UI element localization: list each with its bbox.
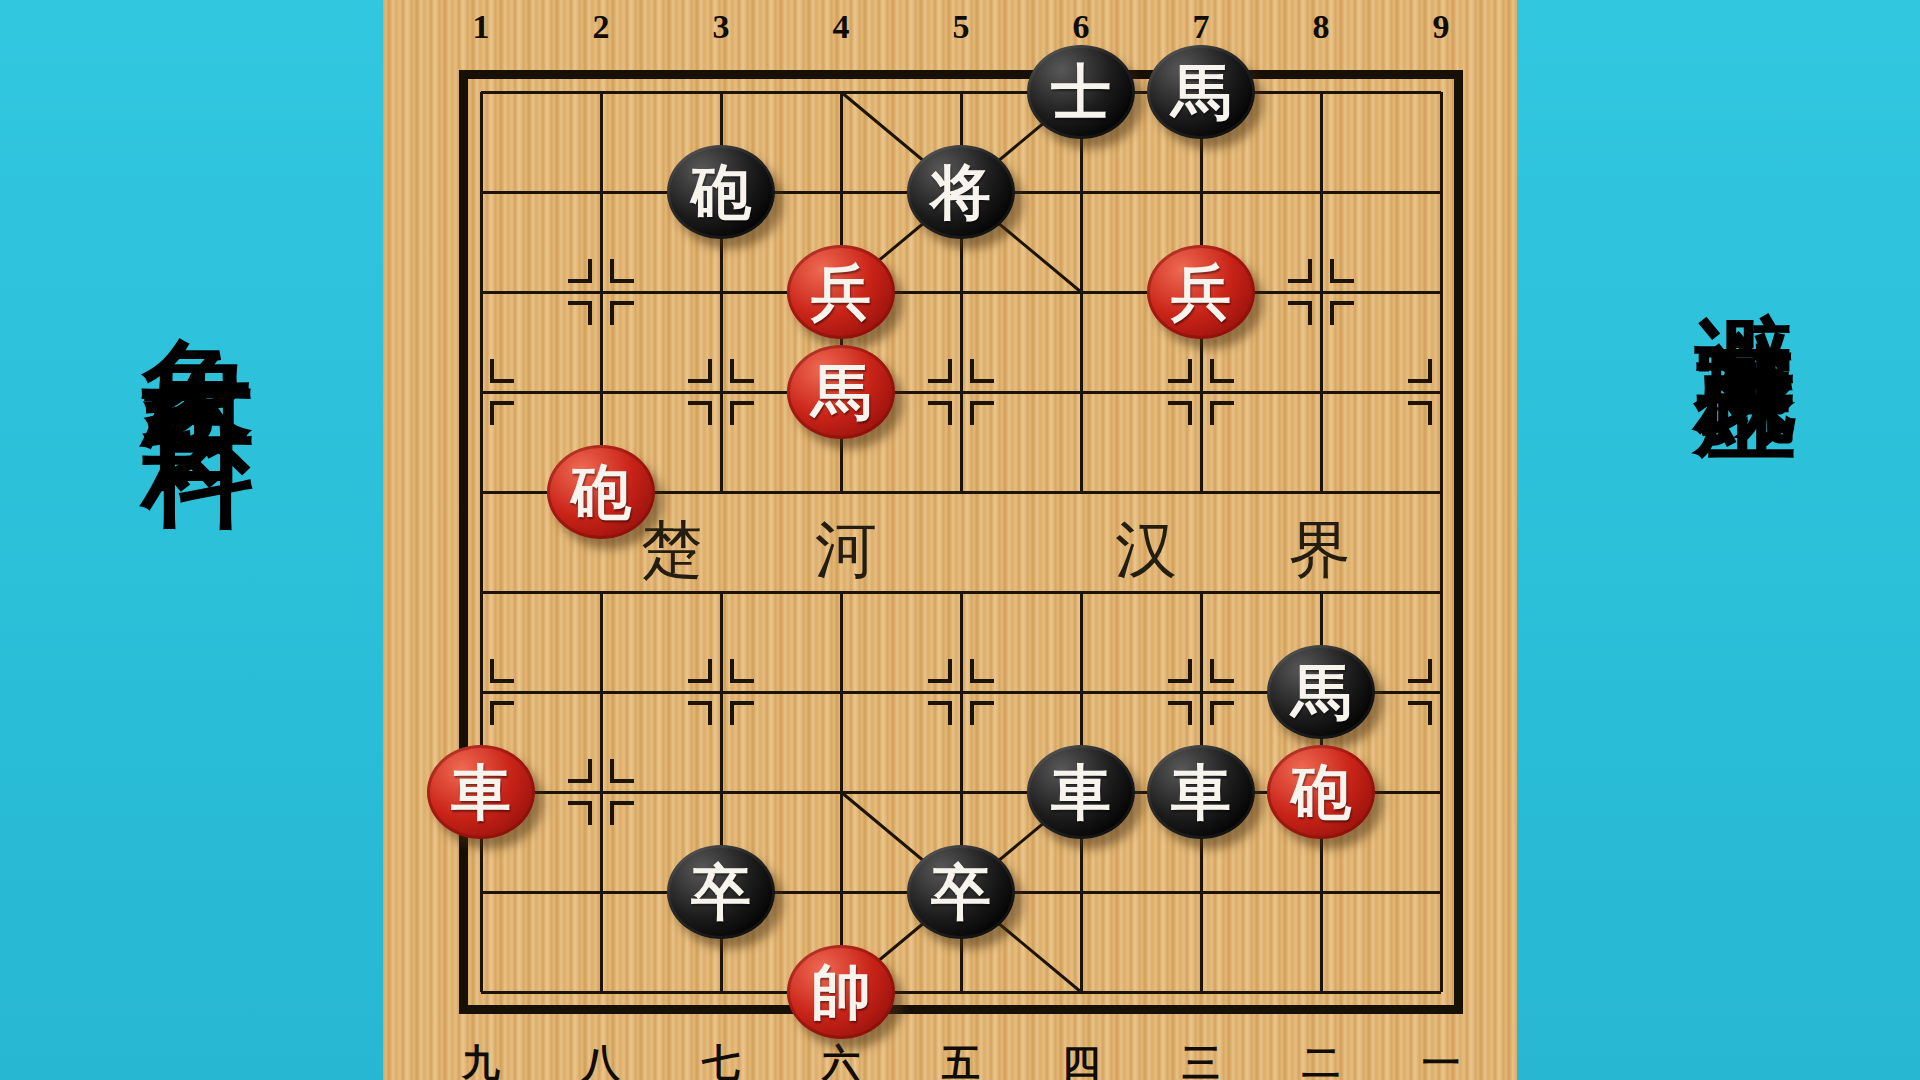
position-marker-1-4	[490, 401, 514, 425]
piece-glyph: 車	[451, 762, 511, 822]
piece-glyph: 砲	[1291, 762, 1351, 822]
position-marker-8-3	[1330, 301, 1354, 325]
piece-red-帥-4-10[interactable]: 帥	[787, 945, 895, 1039]
piece-glyph: 車	[1051, 762, 1111, 822]
grid-line-file-2-bottom	[600, 592, 603, 992]
position-marker-9-4	[1408, 401, 1432, 425]
file-number-top-7: 7	[1141, 8, 1261, 46]
position-marker-3-7	[688, 701, 712, 725]
position-marker-8-3	[1288, 301, 1312, 325]
piece-glyph: 卒	[691, 862, 751, 922]
piece-red-兵-7-3[interactable]: 兵	[1147, 245, 1255, 339]
piece-black-馬-8-7[interactable]: 馬	[1267, 645, 1375, 739]
file-label-bottom-2: 八	[541, 1038, 661, 1080]
file-number-top-1: 1	[421, 8, 541, 46]
river-label-right: 汉 界	[1115, 508, 1397, 592]
file-number-top-8: 8	[1261, 8, 1381, 46]
piece-black-卒-3-9[interactable]: 卒	[667, 845, 775, 939]
position-marker-7-7	[1168, 659, 1192, 683]
file-numbers-top: 123456789	[421, 8, 1501, 46]
position-marker-1-7	[490, 659, 514, 683]
left-caption: 象棋百科	[124, 246, 275, 358]
position-marker-7-7	[1168, 701, 1192, 725]
position-marker-2-8	[568, 801, 592, 825]
position-marker-3-7	[730, 701, 754, 725]
position-marker-1-4	[490, 359, 514, 383]
piece-glyph: 将	[931, 162, 991, 222]
piece-glyph: 砲	[571, 462, 631, 522]
position-marker-3-4	[688, 359, 712, 383]
position-marker-2-8	[610, 801, 634, 825]
piece-red-車-1-8[interactable]: 車	[427, 745, 535, 839]
piece-glyph: 士	[1051, 62, 1111, 122]
file-label-bottom-7: 三	[1141, 1038, 1261, 1080]
position-marker-9-4	[1408, 359, 1432, 383]
position-marker-7-4	[1210, 401, 1234, 425]
position-marker-3-4	[730, 359, 754, 383]
grid-line-file-4-bottom	[840, 592, 843, 992]
piece-red-砲-2-5[interactable]: 砲	[547, 445, 655, 539]
xiangqi-board: 楚 河 汉 界 123456789 九八七六五四三二一 士馬砲将兵兵馬砲馬車車車…	[383, 0, 1517, 1080]
position-marker-8-3	[1288, 259, 1312, 283]
file-number-top-4: 4	[781, 8, 901, 46]
file-label-bottom-1: 九	[421, 1038, 541, 1080]
grid-line-file-8-top	[1320, 92, 1323, 492]
position-marker-2-3	[610, 301, 634, 325]
grid-line-file-1	[480, 92, 483, 992]
position-marker-5-7	[970, 701, 994, 725]
position-marker-5-4	[970, 401, 994, 425]
file-label-bottom-5: 五	[901, 1038, 1021, 1080]
position-marker-5-4	[928, 401, 952, 425]
position-marker-8-3	[1330, 259, 1354, 283]
piece-red-砲-8-8[interactable]: 砲	[1267, 745, 1375, 839]
position-marker-7-7	[1210, 701, 1234, 725]
position-marker-5-7	[970, 659, 994, 683]
piece-glyph: 兵	[811, 262, 871, 322]
position-marker-5-7	[928, 701, 952, 725]
piece-black-馬-7-1[interactable]: 馬	[1147, 45, 1255, 139]
position-marker-1-7	[490, 701, 514, 725]
file-label-bottom-3: 七	[661, 1038, 781, 1080]
piece-black-卒-5-9[interactable]: 卒	[907, 845, 1015, 939]
position-marker-2-8	[610, 759, 634, 783]
position-marker-2-3	[610, 259, 634, 283]
piece-glyph: 卒	[931, 862, 991, 922]
piece-black-砲-3-2[interactable]: 砲	[667, 145, 775, 239]
position-marker-3-4	[688, 401, 712, 425]
file-number-top-9: 9	[1381, 8, 1501, 46]
piece-red-馬-4-4[interactable]: 馬	[787, 345, 895, 439]
piece-black-将-5-2[interactable]: 将	[907, 145, 1015, 239]
river-label-left: 楚 河	[641, 508, 923, 592]
file-label-bottom-6: 四	[1021, 1038, 1141, 1080]
position-marker-7-4	[1168, 359, 1192, 383]
file-number-top-5: 5	[901, 8, 1021, 46]
position-marker-5-4	[970, 359, 994, 383]
position-marker-2-3	[568, 301, 592, 325]
file-number-top-2: 2	[541, 8, 661, 46]
piece-black-士-6-1[interactable]: 士	[1027, 45, 1135, 139]
position-marker-5-4	[928, 359, 952, 383]
position-marker-2-3	[568, 259, 592, 283]
position-marker-7-4	[1168, 401, 1192, 425]
piece-black-車-6-8[interactable]: 車	[1027, 745, 1135, 839]
position-marker-9-7	[1408, 659, 1432, 683]
grid-line-file-6-top	[1080, 92, 1083, 492]
page: 象棋百科 避实就虚 楚 河 汉 界 123456789 九八七六五四三二一 士馬…	[0, 0, 1920, 1080]
piece-glyph: 車	[1171, 762, 1231, 822]
file-label-bottom-8: 二	[1261, 1038, 1381, 1080]
grid-line-file-2-top	[600, 92, 603, 492]
position-marker-3-7	[688, 659, 712, 683]
position-marker-2-8	[568, 759, 592, 783]
position-marker-7-7	[1210, 659, 1234, 683]
position-marker-3-4	[730, 401, 754, 425]
file-number-top-3: 3	[661, 8, 781, 46]
piece-red-兵-4-3[interactable]: 兵	[787, 245, 895, 339]
position-marker-3-7	[730, 659, 754, 683]
position-marker-5-7	[928, 659, 952, 683]
piece-glyph: 砲	[691, 162, 751, 222]
piece-black-車-7-8[interactable]: 車	[1147, 745, 1255, 839]
file-label-bottom-4: 六	[781, 1038, 901, 1080]
file-labels-bottom: 九八七六五四三二一	[421, 1038, 1501, 1080]
piece-glyph: 馬	[811, 362, 871, 422]
file-number-top-6: 6	[1021, 8, 1141, 46]
piece-glyph: 馬	[1291, 662, 1351, 722]
piece-glyph: 兵	[1171, 262, 1231, 322]
piece-glyph: 馬	[1171, 62, 1231, 122]
position-marker-9-7	[1408, 701, 1432, 725]
grid-line-file-9	[1440, 92, 1443, 992]
position-marker-7-4	[1210, 359, 1234, 383]
file-label-bottom-9: 一	[1381, 1038, 1501, 1080]
piece-glyph: 帥	[811, 962, 871, 1022]
right-caption: 避实就虚	[1676, 226, 1816, 290]
